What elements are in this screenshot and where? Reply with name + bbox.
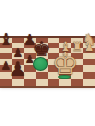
board-square-d2 [36,72,48,79]
fallen-piece-felt-base [33,57,48,71]
black-pawn: ♟ [9,59,27,79]
board-square-d1 [36,79,48,86]
black-king: ♚ [33,39,51,59]
black-bishop: ♝ [0,32,13,48]
board-square-h3 [83,65,95,72]
white-king-felt-base [58,75,71,79]
white-pawn: ♟ [84,42,94,53]
board-frame-near-edge [0,86,95,88]
board-square-h1 [83,79,95,86]
chess-set-photo: ♝♟♞♝♜♟♟♚♟♟♟♚ [0,0,95,126]
board-square-h2 [83,72,95,79]
